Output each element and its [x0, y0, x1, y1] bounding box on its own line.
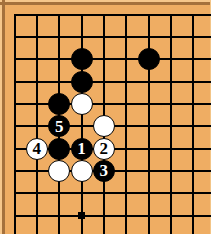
move-number-label: 4: [33, 140, 42, 157]
go-diagram: 54123: [0, 0, 211, 234]
white-stone: [48, 160, 70, 182]
move-number-label: 5: [55, 117, 64, 134]
white-stone-move-4: 4: [26, 138, 48, 160]
black-stone-move-1: 1: [71, 138, 93, 160]
black-stone: [48, 138, 70, 160]
black-stone-move-5: 5: [48, 115, 70, 137]
white-stone: [71, 160, 93, 182]
stones-layer: 54123: [3, 3, 204, 226]
move-number-label: 1: [77, 140, 86, 157]
black-stone: [71, 71, 93, 93]
move-number-label: 2: [100, 140, 109, 157]
black-stone-move-3: 3: [93, 160, 115, 182]
black-stone: [138, 48, 160, 70]
white-stone-move-2: 2: [93, 138, 115, 160]
black-stone: [48, 93, 70, 115]
white-stone: [93, 115, 115, 137]
move-number-label: 3: [100, 162, 109, 179]
black-stone: [71, 48, 93, 70]
white-stone: [71, 93, 93, 115]
